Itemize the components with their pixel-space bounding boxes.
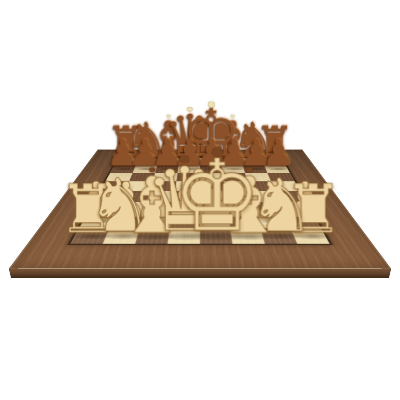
- contrasting-finial: [230, 115, 234, 119]
- chess-board: ♜♞♝♛♚♝♞♜♟♟♟♟♟♟♟♟♟♟♟♟♟♟♟♟♜♞♝♛♚♝♞♜: [9, 150, 391, 269]
- product-photo-canvas: ♜♞♝♛♚♝♞♜♟♟♟♟♟♟♟♟♟♟♟♟♟♟♟♟♜♞♝♛♚♝♞♜: [0, 0, 400, 400]
- board-front-edge: [9, 269, 391, 278]
- contrasting-finial: [208, 101, 214, 107]
- rook-glyph: ♜: [106, 120, 146, 164]
- contrasting-finial: [211, 147, 221, 156]
- contrasting-finial: [187, 107, 192, 112]
- contrasting-finial: [166, 115, 170, 119]
- king-glyph: ♚: [172, 146, 261, 245]
- scene: ♜♞♝♛♚♝♞♜♟♟♟♟♟♟♟♟♟♟♟♟♟♟♟♟♜♞♝♛♚♝♞♜: [0, 0, 400, 391]
